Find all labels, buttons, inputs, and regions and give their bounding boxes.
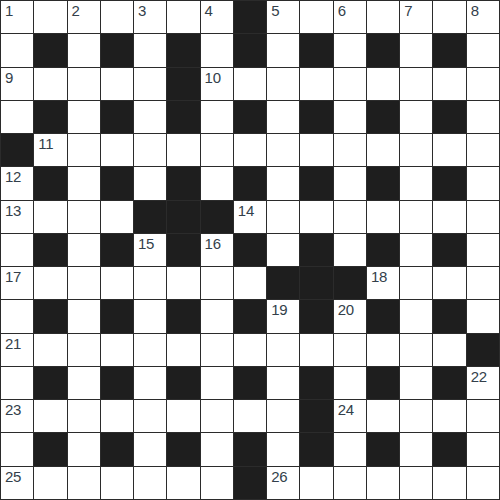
block-cell-r12-c9 — [300, 400, 332, 432]
block-cell-r3-c1 — [34, 101, 66, 133]
cell-r12-c4[interactable] — [134, 400, 166, 432]
cell-r1-c14[interactable] — [467, 34, 499, 66]
block-cell-r1-c5 — [167, 34, 199, 66]
cell-r6-c2[interactable] — [68, 201, 100, 233]
cell-r5-c8[interactable] — [267, 167, 299, 199]
cell-r7-c8[interactable] — [267, 234, 299, 266]
block-cell-r3-c7 — [234, 101, 266, 133]
block-cell-r8-c9 — [300, 267, 332, 299]
block-cell-r3-c11 — [367, 101, 399, 133]
cell-r3-c10[interactable] — [334, 101, 366, 133]
clue-number-9: 9 — [5, 70, 13, 86]
cell-r6-c9[interactable] — [300, 201, 332, 233]
block-cell-r8-c8 — [267, 267, 299, 299]
cell-r11-c2[interactable] — [68, 367, 100, 399]
cell-r0-c2[interactable]: 2 — [68, 1, 100, 33]
cell-r10-c8[interactable] — [267, 334, 299, 366]
block-cell-r7-c7 — [234, 234, 266, 266]
block-cell-r14-c7 — [234, 467, 266, 499]
cell-r6-c8[interactable] — [267, 201, 299, 233]
cell-r8-c11[interactable]: 18 — [367, 267, 399, 299]
block-cell-r1-c3 — [101, 34, 133, 66]
block-cell-r5-c7 — [234, 167, 266, 199]
cell-r4-c13[interactable] — [433, 134, 465, 166]
cell-r1-c2[interactable] — [68, 34, 100, 66]
clue-number-17: 17 — [5, 269, 21, 285]
block-cell-r11-c1 — [34, 367, 66, 399]
block-cell-r7-c11 — [367, 234, 399, 266]
cell-r14-c6[interactable] — [201, 467, 233, 499]
block-cell-r1-c11 — [367, 34, 399, 66]
cell-r5-c2[interactable] — [68, 167, 100, 199]
cell-r4-c7[interactable] — [234, 134, 266, 166]
clue-number-15: 15 — [138, 236, 154, 252]
block-cell-r9-c5 — [167, 300, 199, 332]
cell-r2-c7[interactable] — [234, 68, 266, 100]
cell-r0-c6[interactable]: 4 — [201, 1, 233, 33]
cell-r10-c4[interactable] — [134, 334, 166, 366]
cell-r6-c3[interactable] — [101, 201, 133, 233]
cell-r9-c4[interactable] — [134, 300, 166, 332]
cell-r12-c3[interactable] — [101, 400, 133, 432]
cell-r3-c4[interactable] — [134, 101, 166, 133]
crossword-board: 1234567891011121314151617181920212223242… — [0, 0, 500, 500]
cell-r12-c0[interactable]: 23 — [1, 400, 33, 432]
cell-r9-c6[interactable] — [201, 300, 233, 332]
cell-r6-c7[interactable]: 14 — [234, 201, 266, 233]
cell-r9-c0[interactable] — [1, 300, 33, 332]
cell-r14-c12[interactable] — [400, 467, 432, 499]
block-cell-r7-c5 — [167, 234, 199, 266]
cell-r0-c11[interactable] — [367, 1, 399, 33]
cell-r5-c12[interactable] — [400, 167, 432, 199]
cell-r14-c8[interactable]: 26 — [267, 467, 299, 499]
cell-r12-c2[interactable] — [68, 400, 100, 432]
cell-r12-c5[interactable] — [167, 400, 199, 432]
clue-number-4: 4 — [205, 3, 213, 19]
block-cell-r0-c7 — [234, 1, 266, 33]
cell-r13-c10[interactable] — [334, 433, 366, 465]
block-cell-r9-c3 — [101, 300, 133, 332]
cell-r8-c13[interactable] — [433, 267, 465, 299]
cell-r11-c8[interactable] — [267, 367, 299, 399]
cell-r2-c8[interactable] — [267, 68, 299, 100]
cell-r12-c13[interactable] — [433, 400, 465, 432]
cell-r13-c14[interactable] — [467, 433, 499, 465]
cell-r7-c14[interactable] — [467, 234, 499, 266]
block-cell-r13-c11 — [367, 433, 399, 465]
cell-r8-c6[interactable] — [201, 267, 233, 299]
cell-r2-c14[interactable] — [467, 68, 499, 100]
block-cell-r13-c3 — [101, 433, 133, 465]
cell-r2-c1[interactable] — [34, 68, 66, 100]
clue-number-10: 10 — [205, 70, 221, 86]
cell-r13-c12[interactable] — [400, 433, 432, 465]
cell-r4-c4[interactable] — [134, 134, 166, 166]
block-cell-r7-c1 — [34, 234, 66, 266]
cell-r1-c12[interactable] — [400, 34, 432, 66]
cell-r4-c10[interactable] — [334, 134, 366, 166]
cell-r14-c0[interactable]: 25 — [1, 467, 33, 499]
cell-r9-c10[interactable]: 20 — [334, 300, 366, 332]
cell-r14-c3[interactable] — [101, 467, 133, 499]
cell-r14-c13[interactable] — [433, 467, 465, 499]
block-cell-r7-c9 — [300, 234, 332, 266]
cell-r14-c4[interactable] — [134, 467, 166, 499]
cell-r1-c10[interactable] — [334, 34, 366, 66]
cell-r8-c14[interactable] — [467, 267, 499, 299]
clue-number-11: 11 — [38, 136, 53, 152]
cell-r2-c6[interactable]: 10 — [201, 68, 233, 100]
block-cell-r6-c6 — [201, 201, 233, 233]
block-cell-r9-c13 — [433, 300, 465, 332]
clue-number-19: 19 — [271, 302, 287, 318]
cell-r13-c4[interactable] — [134, 433, 166, 465]
cell-r8-c4[interactable] — [134, 267, 166, 299]
cell-r2-c9[interactable] — [300, 68, 332, 100]
cell-r0-c3[interactable] — [101, 1, 133, 33]
clue-number-24: 24 — [338, 402, 354, 418]
cell-r10-c5[interactable] — [167, 334, 199, 366]
cell-r10-c11[interactable] — [367, 334, 399, 366]
cell-r1-c8[interactable] — [267, 34, 299, 66]
block-cell-r13-c1 — [34, 433, 66, 465]
cell-r4-c2[interactable] — [68, 134, 100, 166]
cell-r2-c4[interactable] — [134, 68, 166, 100]
block-cell-r5-c5 — [167, 167, 199, 199]
block-cell-r10-c14 — [467, 334, 499, 366]
cell-r4-c5[interactable] — [167, 134, 199, 166]
cell-r7-c12[interactable] — [400, 234, 432, 266]
cell-r9-c2[interactable] — [68, 300, 100, 332]
clue-number-16: 16 — [205, 236, 221, 252]
block-cell-r1-c9 — [300, 34, 332, 66]
cell-r6-c11[interactable] — [367, 201, 399, 233]
cell-r8-c2[interactable] — [68, 267, 100, 299]
clue-number-21: 21 — [5, 336, 21, 352]
cell-r6-c14[interactable] — [467, 201, 499, 233]
block-cell-r11-c13 — [433, 367, 465, 399]
cell-r3-c12[interactable] — [400, 101, 432, 133]
block-cell-r1-c13 — [433, 34, 465, 66]
cell-r6-c0[interactable]: 13 — [1, 201, 33, 233]
cell-r12-c6[interactable] — [201, 400, 233, 432]
cell-r3-c0[interactable] — [1, 101, 33, 133]
block-cell-r11-c3 — [101, 367, 133, 399]
cell-r7-c0[interactable] — [1, 234, 33, 266]
cell-r10-c2[interactable] — [68, 334, 100, 366]
block-cell-r9-c7 — [234, 300, 266, 332]
cell-r5-c14[interactable] — [467, 167, 499, 199]
cell-r9-c12[interactable] — [400, 300, 432, 332]
cell-r2-c13[interactable] — [433, 68, 465, 100]
clue-number-3: 3 — [138, 3, 146, 19]
clue-number-20: 20 — [338, 302, 354, 318]
cell-r1-c4[interactable] — [134, 34, 166, 66]
cell-r0-c1[interactable] — [34, 1, 66, 33]
cell-r13-c2[interactable] — [68, 433, 100, 465]
cell-r3-c2[interactable] — [68, 101, 100, 133]
cell-r2-c2[interactable] — [68, 68, 100, 100]
cell-r6-c13[interactable] — [433, 201, 465, 233]
cell-r10-c13[interactable] — [433, 334, 465, 366]
cell-r3-c8[interactable] — [267, 101, 299, 133]
cell-r11-c10[interactable] — [334, 367, 366, 399]
block-cell-r3-c13 — [433, 101, 465, 133]
cell-r9-c14[interactable] — [467, 300, 499, 332]
cell-r7-c2[interactable] — [68, 234, 100, 266]
cell-r0-c14[interactable]: 8 — [467, 1, 499, 33]
cell-r0-c9[interactable] — [300, 1, 332, 33]
cell-r4-c8[interactable] — [267, 134, 299, 166]
cell-r12-c7[interactable] — [234, 400, 266, 432]
cell-r4-c1[interactable]: 11 — [34, 134, 66, 166]
clue-number-6: 6 — [338, 3, 346, 19]
cell-r3-c14[interactable] — [467, 101, 499, 133]
block-cell-r3-c3 — [101, 101, 133, 133]
cell-r5-c0[interactable]: 12 — [1, 167, 33, 199]
cell-r10-c7[interactable] — [234, 334, 266, 366]
block-cell-r5-c3 — [101, 167, 133, 199]
cell-r5-c4[interactable] — [134, 167, 166, 199]
cell-r6-c10[interactable] — [334, 201, 366, 233]
cell-r14-c5[interactable] — [167, 467, 199, 499]
cell-r14-c9[interactable] — [300, 467, 332, 499]
clue-number-5: 5 — [271, 3, 279, 19]
cell-r14-c2[interactable] — [68, 467, 100, 499]
clue-number-14: 14 — [238, 203, 254, 219]
cell-r7-c4[interactable]: 15 — [134, 234, 166, 266]
cell-r12-c8[interactable] — [267, 400, 299, 432]
block-cell-r5-c11 — [367, 167, 399, 199]
cell-r0-c10[interactable]: 6 — [334, 1, 366, 33]
cell-r9-c8[interactable]: 19 — [267, 300, 299, 332]
clue-number-7: 7 — [404, 3, 412, 19]
cell-r11-c6[interactable] — [201, 367, 233, 399]
block-cell-r5-c1 — [34, 167, 66, 199]
block-cell-r1-c1 — [34, 34, 66, 66]
cell-r13-c8[interactable] — [267, 433, 299, 465]
cell-r0-c8[interactable]: 5 — [267, 1, 299, 33]
cell-r1-c6[interactable] — [201, 34, 233, 66]
block-cell-r13-c9 — [300, 433, 332, 465]
block-cell-r5-c13 — [433, 167, 465, 199]
cell-r11-c12[interactable] — [400, 367, 432, 399]
cell-r14-c1[interactable] — [34, 467, 66, 499]
cell-r4-c14[interactable] — [467, 134, 499, 166]
cell-r12-c1[interactable] — [34, 400, 66, 432]
cell-r2-c3[interactable] — [101, 68, 133, 100]
clue-number-26: 26 — [271, 469, 287, 485]
cell-r6-c1[interactable] — [34, 201, 66, 233]
cell-r4-c6[interactable] — [201, 134, 233, 166]
cell-r13-c0[interactable] — [1, 433, 33, 465]
cell-r6-c12[interactable] — [400, 201, 432, 233]
clue-number-25: 25 — [5, 469, 21, 485]
cell-r10-c12[interactable] — [400, 334, 432, 366]
block-cell-r5-c9 — [300, 167, 332, 199]
cell-r4-c9[interactable] — [300, 134, 332, 166]
cell-r8-c5[interactable] — [167, 267, 199, 299]
block-cell-r4-c0 — [1, 134, 33, 166]
clue-number-22: 22 — [471, 369, 487, 385]
cell-r12-c11[interactable] — [367, 400, 399, 432]
cell-r11-c0[interactable] — [1, 367, 33, 399]
cell-r11-c4[interactable] — [134, 367, 166, 399]
cell-r0-c0[interactable]: 1 — [1, 1, 33, 33]
clue-number-1: 1 — [5, 3, 13, 19]
cell-r0-c5[interactable] — [167, 1, 199, 33]
cell-r2-c10[interactable] — [334, 68, 366, 100]
cell-r2-c0[interactable]: 9 — [1, 68, 33, 100]
cell-r2-c11[interactable] — [367, 68, 399, 100]
block-cell-r9-c1 — [34, 300, 66, 332]
block-cell-r2-c5 — [167, 68, 199, 100]
block-cell-r3-c9 — [300, 101, 332, 133]
cell-r4-c11[interactable] — [367, 134, 399, 166]
block-cell-r13-c13 — [433, 433, 465, 465]
cell-r10-c0[interactable]: 21 — [1, 334, 33, 366]
cell-r11-c14[interactable]: 22 — [467, 367, 499, 399]
cell-r5-c10[interactable] — [334, 167, 366, 199]
block-cell-r9-c9 — [300, 300, 332, 332]
block-cell-r1-c7 — [234, 34, 266, 66]
cell-r2-c12[interactable] — [400, 68, 432, 100]
cell-r12-c12[interactable] — [400, 400, 432, 432]
cell-r0-c12[interactable]: 7 — [400, 1, 432, 33]
block-cell-r8-c10 — [334, 267, 366, 299]
cell-r12-c14[interactable] — [467, 400, 499, 432]
cell-r0-c4[interactable]: 3 — [134, 1, 166, 33]
block-cell-r11-c11 — [367, 367, 399, 399]
block-cell-r6-c5 — [167, 201, 199, 233]
cell-r8-c12[interactable] — [400, 267, 432, 299]
cell-r10-c6[interactable] — [201, 334, 233, 366]
cell-r14-c11[interactable] — [367, 467, 399, 499]
cell-r4-c3[interactable] — [101, 134, 133, 166]
cell-r3-c6[interactable] — [201, 101, 233, 133]
block-cell-r11-c5 — [167, 367, 199, 399]
clue-number-13: 13 — [5, 203, 21, 219]
cell-r7-c6[interactable]: 16 — [201, 234, 233, 266]
cell-r0-c13[interactable] — [433, 1, 465, 33]
block-cell-r7-c3 — [101, 234, 133, 266]
cell-r14-c14[interactable] — [467, 467, 499, 499]
cell-r10-c10[interactable] — [334, 334, 366, 366]
block-cell-r9-c11 — [367, 300, 399, 332]
clue-number-18: 18 — [371, 269, 387, 285]
cell-r1-c0[interactable] — [1, 34, 33, 66]
block-cell-r11-c7 — [234, 367, 266, 399]
clue-number-23: 23 — [5, 402, 21, 418]
cell-r14-c10[interactable] — [334, 467, 366, 499]
clue-number-8: 8 — [471, 3, 479, 19]
cell-r8-c7[interactable] — [234, 267, 266, 299]
cell-r12-c10[interactable]: 24 — [334, 400, 366, 432]
block-cell-r3-c5 — [167, 101, 199, 133]
clue-number-12: 12 — [5, 169, 21, 185]
cell-r4-c12[interactable] — [400, 134, 432, 166]
block-cell-r13-c7 — [234, 433, 266, 465]
cell-r10-c9[interactable] — [300, 334, 332, 366]
cell-r7-c10[interactable] — [334, 234, 366, 266]
cell-r5-c6[interactable] — [201, 167, 233, 199]
block-cell-r13-c5 — [167, 433, 199, 465]
clue-number-2: 2 — [72, 3, 80, 19]
cell-r8-c1[interactable] — [34, 267, 66, 299]
block-cell-r7-c13 — [433, 234, 465, 266]
cell-r8-c3[interactable] — [101, 267, 133, 299]
cell-r10-c1[interactable] — [34, 334, 66, 366]
cell-r13-c6[interactable] — [201, 433, 233, 465]
cell-r8-c0[interactable]: 17 — [1, 267, 33, 299]
block-cell-r11-c9 — [300, 367, 332, 399]
block-cell-r6-c4 — [134, 201, 166, 233]
cell-r10-c3[interactable] — [101, 334, 133, 366]
